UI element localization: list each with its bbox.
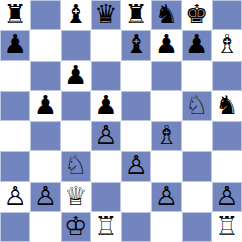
square-a4[interactable] <box>0 121 30 151</box>
square-h3[interactable] <box>212 151 242 181</box>
square-e6[interactable] <box>121 61 151 91</box>
piece-black-king[interactable]: ♚ <box>185 1 208 27</box>
piece-black-pawn[interactable]: ♟ <box>155 31 178 57</box>
square-e7[interactable]: ♝ <box>121 30 151 60</box>
square-b1[interactable] <box>30 212 60 242</box>
piece-black-pawn[interactable]: ♟ <box>3 31 26 57</box>
square-d4[interactable]: ♙ <box>91 121 121 151</box>
piece-white-pawn[interactable]: ♙ <box>215 183 238 209</box>
piece-black-knight[interactable]: ♞ <box>215 92 238 118</box>
piece-black-bishop[interactable]: ♝ <box>124 31 147 57</box>
piece-white-pawn[interactable]: ♙ <box>155 183 178 209</box>
square-c3[interactable]: ♘ <box>61 151 91 181</box>
square-d7[interactable] <box>91 30 121 60</box>
square-c8[interactable]: ♝ <box>61 0 91 30</box>
square-b7[interactable] <box>30 30 60 60</box>
square-a3[interactable] <box>0 151 30 181</box>
square-f4[interactable]: ♗ <box>151 121 181 151</box>
square-f1[interactable] <box>151 212 181 242</box>
square-e2[interactable] <box>121 182 151 212</box>
chess-board: ♜♝♛♜♞♚♟♝♟♟♗♟♟♟♘♞♙♗♘♙♙♙♕♙♙♔♖♖ <box>0 0 242 242</box>
square-g2[interactable] <box>182 182 212 212</box>
square-a6[interactable] <box>0 61 30 91</box>
piece-black-pawn[interactable]: ♟ <box>34 92 57 118</box>
square-d2[interactable] <box>91 182 121 212</box>
piece-black-knight[interactable]: ♞ <box>155 1 178 27</box>
square-b2[interactable]: ♙ <box>30 182 60 212</box>
piece-white-rook[interactable]: ♖ <box>94 213 117 239</box>
square-f3[interactable] <box>151 151 181 181</box>
square-a1[interactable] <box>0 212 30 242</box>
square-f6[interactable] <box>151 61 181 91</box>
piece-white-queen[interactable]: ♕ <box>64 183 87 209</box>
square-h4[interactable] <box>212 121 242 151</box>
square-b5[interactable]: ♟ <box>30 91 60 121</box>
square-e3[interactable]: ♙ <box>121 151 151 181</box>
square-c5[interactable] <box>61 91 91 121</box>
square-b3[interactable] <box>30 151 60 181</box>
square-g8[interactable]: ♚ <box>182 0 212 30</box>
piece-white-knight[interactable]: ♘ <box>64 152 87 178</box>
square-g4[interactable] <box>182 121 212 151</box>
square-c4[interactable] <box>61 121 91 151</box>
square-g1[interactable] <box>182 212 212 242</box>
square-h5[interactable]: ♞ <box>212 91 242 121</box>
square-c7[interactable] <box>61 30 91 60</box>
piece-white-bishop[interactable]: ♗ <box>155 122 178 148</box>
square-e4[interactable] <box>121 121 151 151</box>
piece-black-pawn[interactable]: ♟ <box>64 62 87 88</box>
square-d8[interactable]: ♛ <box>91 0 121 30</box>
square-d3[interactable] <box>91 151 121 181</box>
piece-white-knight[interactable]: ♘ <box>185 92 208 118</box>
piece-black-pawn[interactable]: ♟ <box>185 31 208 57</box>
square-a7[interactable]: ♟ <box>0 30 30 60</box>
piece-black-bishop[interactable]: ♝ <box>64 1 87 27</box>
square-g7[interactable]: ♟ <box>182 30 212 60</box>
square-b6[interactable] <box>30 61 60 91</box>
piece-white-pawn[interactable]: ♙ <box>34 183 57 209</box>
square-g6[interactable] <box>182 61 212 91</box>
square-f2[interactable]: ♙ <box>151 182 181 212</box>
square-h1[interactable]: ♖ <box>212 212 242 242</box>
piece-black-queen[interactable]: ♛ <box>94 1 117 27</box>
piece-white-rook[interactable]: ♖ <box>215 213 238 239</box>
square-d1[interactable]: ♖ <box>91 212 121 242</box>
square-c6[interactable]: ♟ <box>61 61 91 91</box>
piece-white-pawn[interactable]: ♙ <box>124 152 147 178</box>
square-g5[interactable]: ♘ <box>182 91 212 121</box>
square-f8[interactable]: ♞ <box>151 0 181 30</box>
square-c1[interactable]: ♔ <box>61 212 91 242</box>
square-d6[interactable] <box>91 61 121 91</box>
square-h8[interactable] <box>212 0 242 30</box>
square-a2[interactable]: ♙ <box>0 182 30 212</box>
square-b8[interactable] <box>30 0 60 30</box>
square-a8[interactable]: ♜ <box>0 0 30 30</box>
piece-black-rook[interactable]: ♜ <box>3 1 26 27</box>
square-f7[interactable]: ♟ <box>151 30 181 60</box>
square-h6[interactable] <box>212 61 242 91</box>
square-d5[interactable]: ♟ <box>91 91 121 121</box>
square-a5[interactable] <box>0 91 30 121</box>
piece-white-king[interactable]: ♔ <box>64 213 87 239</box>
square-g3[interactable] <box>182 151 212 181</box>
piece-white-bishop[interactable]: ♗ <box>215 31 238 57</box>
square-h2[interactable]: ♙ <box>212 182 242 212</box>
piece-white-pawn[interactable]: ♙ <box>3 183 26 209</box>
square-e1[interactable] <box>121 212 151 242</box>
square-h7[interactable]: ♗ <box>212 30 242 60</box>
square-c2[interactable]: ♕ <box>61 182 91 212</box>
square-b4[interactable] <box>30 121 60 151</box>
piece-black-pawn[interactable]: ♟ <box>94 92 117 118</box>
piece-black-rook[interactable]: ♜ <box>124 1 147 27</box>
square-f5[interactable] <box>151 91 181 121</box>
piece-white-pawn[interactable]: ♙ <box>94 122 117 148</box>
square-e8[interactable]: ♜ <box>121 0 151 30</box>
square-e5[interactable] <box>121 91 151 121</box>
